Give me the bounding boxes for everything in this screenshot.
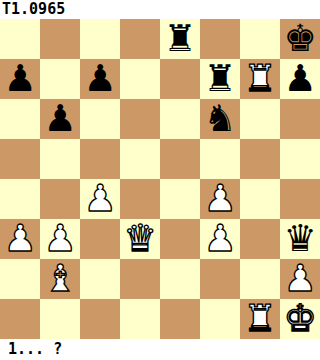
square-d1[interactable] xyxy=(120,299,160,339)
white-pawn-icon: ♟ xyxy=(3,220,36,257)
white-pawn-icon: ♟ xyxy=(203,180,236,217)
square-b2[interactable]: ♝ xyxy=(40,259,80,299)
move-prompt: 1... ? xyxy=(0,339,320,360)
square-c3[interactable] xyxy=(80,219,120,259)
square-a3[interactable]: ♟ xyxy=(0,219,40,259)
square-f7[interactable]: ♜ xyxy=(200,59,240,99)
square-b8[interactable] xyxy=(40,19,80,59)
square-f5[interactable] xyxy=(200,139,240,179)
white-pawn-icon: ♟ xyxy=(283,260,316,297)
white-pawn-icon: ♟ xyxy=(83,180,116,217)
square-d7[interactable] xyxy=(120,59,160,99)
square-e6[interactable] xyxy=(160,99,200,139)
square-e7[interactable] xyxy=(160,59,200,99)
square-g4[interactable] xyxy=(240,179,280,219)
square-h4[interactable] xyxy=(280,179,320,219)
square-d8[interactable] xyxy=(120,19,160,59)
white-rook-icon: ♜ xyxy=(243,300,276,337)
square-d3[interactable]: ♛ xyxy=(120,219,160,259)
square-a1[interactable] xyxy=(0,299,40,339)
square-g1[interactable]: ♜ xyxy=(240,299,280,339)
black-pawn-icon: ♟ xyxy=(3,60,36,97)
square-e3[interactable] xyxy=(160,219,200,259)
black-rook-icon: ♜ xyxy=(163,20,196,57)
black-pawn-icon: ♟ xyxy=(283,60,316,97)
square-g3[interactable] xyxy=(240,219,280,259)
square-d6[interactable] xyxy=(120,99,160,139)
square-g7[interactable]: ♜ xyxy=(240,59,280,99)
square-c8[interactable] xyxy=(80,19,120,59)
square-h7[interactable]: ♟ xyxy=(280,59,320,99)
square-b7[interactable] xyxy=(40,59,80,99)
square-h3[interactable]: ♛ xyxy=(280,219,320,259)
black-king-icon: ♚ xyxy=(283,20,316,57)
square-e8[interactable]: ♜ xyxy=(160,19,200,59)
square-e1[interactable] xyxy=(160,299,200,339)
white-pawn-icon: ♟ xyxy=(203,220,236,257)
black-pawn-icon: ♟ xyxy=(83,60,116,97)
square-a4[interactable] xyxy=(0,179,40,219)
black-pawn-icon: ♟ xyxy=(43,100,76,137)
square-h6[interactable] xyxy=(280,99,320,139)
square-f3[interactable]: ♟ xyxy=(200,219,240,259)
puzzle-title: T1.0965 xyxy=(0,0,320,19)
square-a8[interactable] xyxy=(0,19,40,59)
square-h1[interactable]: ♚ xyxy=(280,299,320,339)
square-a5[interactable] xyxy=(0,139,40,179)
square-b3[interactable]: ♟ xyxy=(40,219,80,259)
square-g8[interactable] xyxy=(240,19,280,59)
square-h8[interactable]: ♚ xyxy=(280,19,320,59)
square-c6[interactable] xyxy=(80,99,120,139)
square-c2[interactable] xyxy=(80,259,120,299)
black-knight-icon: ♞ xyxy=(203,100,236,137)
square-b5[interactable] xyxy=(40,139,80,179)
square-a6[interactable] xyxy=(0,99,40,139)
chess-trainer-window: T1.0965 ♜♚♟♟♜♜♟♟♞♟♟♟♟♛♟♛♝♟♜♚ 1... ? xyxy=(0,0,320,360)
square-c7[interactable]: ♟ xyxy=(80,59,120,99)
white-pawn-icon: ♟ xyxy=(43,220,76,257)
square-b4[interactable] xyxy=(40,179,80,219)
square-b1[interactable] xyxy=(40,299,80,339)
square-f1[interactable] xyxy=(200,299,240,339)
square-c1[interactable] xyxy=(80,299,120,339)
square-e2[interactable] xyxy=(160,259,200,299)
square-d5[interactable] xyxy=(120,139,160,179)
square-f8[interactable] xyxy=(200,19,240,59)
square-c5[interactable] xyxy=(80,139,120,179)
square-c4[interactable]: ♟ xyxy=(80,179,120,219)
square-f4[interactable]: ♟ xyxy=(200,179,240,219)
square-e4[interactable] xyxy=(160,179,200,219)
square-a2[interactable] xyxy=(0,259,40,299)
square-g5[interactable] xyxy=(240,139,280,179)
white-king-icon: ♚ xyxy=(283,300,316,337)
square-d2[interactable] xyxy=(120,259,160,299)
square-b6[interactable]: ♟ xyxy=(40,99,80,139)
square-d4[interactable] xyxy=(120,179,160,219)
square-f6[interactable]: ♞ xyxy=(200,99,240,139)
square-e5[interactable] xyxy=(160,139,200,179)
square-a7[interactable]: ♟ xyxy=(0,59,40,99)
black-queen-icon: ♛ xyxy=(283,220,316,257)
square-h2[interactable]: ♟ xyxy=(280,259,320,299)
chess-board: ♜♚♟♟♜♜♟♟♞♟♟♟♟♛♟♛♝♟♜♚ xyxy=(0,19,320,339)
white-bishop-icon: ♝ xyxy=(43,260,76,297)
square-f2[interactable] xyxy=(200,259,240,299)
black-rook-icon: ♜ xyxy=(203,60,236,97)
white-rook-icon: ♜ xyxy=(243,60,276,97)
white-queen-icon: ♛ xyxy=(123,220,156,257)
square-g2[interactable] xyxy=(240,259,280,299)
square-g6[interactable] xyxy=(240,99,280,139)
square-h5[interactable] xyxy=(280,139,320,179)
